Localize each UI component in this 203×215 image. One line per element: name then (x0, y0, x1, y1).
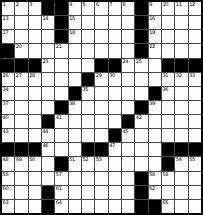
white-cell[interactable]: 48 (2, 157, 14, 170)
clue-number: 29 (96, 73, 102, 78)
white-cell[interactable]: 62 (149, 186, 161, 199)
clue-number: 62 (149, 186, 155, 191)
white-cell[interactable] (175, 129, 187, 142)
white-cell[interactable]: 30 (109, 73, 121, 86)
white-cell[interactable]: 14 (42, 16, 54, 29)
white-cell[interactable] (15, 172, 27, 185)
white-cell[interactable] (42, 157, 54, 170)
white-cell[interactable] (82, 172, 94, 185)
black-cell (135, 2, 147, 15)
clue-number: 58 (149, 172, 155, 177)
white-cell[interactable]: 9 (149, 2, 161, 15)
white-cell[interactable]: 47 (109, 143, 121, 156)
white-cell[interactable] (149, 129, 161, 142)
white-cell[interactable] (109, 200, 121, 213)
black-cell (55, 30, 67, 43)
black-cell (82, 143, 94, 156)
black-cell (95, 59, 107, 72)
white-cell[interactable] (15, 115, 27, 128)
white-cell[interactable] (42, 172, 54, 185)
white-cell[interactable] (55, 129, 67, 142)
white-cell[interactable] (69, 73, 81, 86)
white-cell[interactable] (29, 172, 41, 185)
white-cell[interactable] (122, 73, 134, 86)
clue-number: 34 (3, 87, 9, 92)
white-cell[interactable]: 53 (95, 157, 107, 170)
clue-number: 17 (3, 30, 9, 35)
white-cell[interactable]: 40 (2, 115, 14, 128)
clue-number: 38 (69, 101, 75, 106)
white-cell[interactable]: 7 (109, 2, 121, 15)
white-cell[interactable] (42, 30, 54, 43)
black-cell (2, 59, 14, 72)
clue-number: 27 (16, 73, 22, 78)
black-cell (42, 200, 54, 213)
clue-number: 63 (3, 200, 9, 205)
white-cell[interactable] (175, 30, 187, 43)
white-cell[interactable] (69, 200, 81, 213)
white-cell[interactable]: 6 (95, 2, 107, 15)
white-cell[interactable] (189, 200, 201, 213)
clue-number: 2 (16, 2, 19, 7)
white-cell[interactable]: 12 (189, 2, 201, 15)
clue-number: 24 (122, 59, 128, 64)
white-cell[interactable] (189, 186, 201, 199)
clue-number: 53 (96, 157, 102, 162)
white-cell[interactable]: 18 (69, 30, 81, 43)
white-cell[interactable] (95, 172, 107, 185)
white-cell[interactable] (175, 172, 187, 185)
white-cell[interactable] (82, 30, 94, 43)
black-cell (69, 87, 81, 100)
white-cell[interactable] (15, 30, 27, 43)
white-cell[interactable]: 29 (95, 73, 107, 86)
black-cell (175, 59, 187, 72)
white-cell[interactable] (82, 44, 94, 57)
white-cell[interactable] (95, 200, 107, 213)
clue-number: 8 (122, 2, 125, 7)
clue-number: 25 (136, 59, 142, 64)
clue-number: 12 (189, 2, 195, 7)
white-cell[interactable] (175, 115, 187, 128)
white-cell[interactable]: 41 (55, 115, 67, 128)
white-cell[interactable] (189, 172, 201, 185)
clue-number: 5 (82, 2, 85, 7)
black-cell (135, 16, 147, 29)
white-cell[interactable] (15, 186, 27, 199)
black-cell (55, 16, 67, 29)
clue-number: 52 (82, 157, 88, 162)
black-cell (149, 200, 161, 213)
white-cell[interactable]: 3 (29, 2, 41, 15)
white-cell[interactable] (69, 143, 81, 156)
black-cell (189, 59, 201, 72)
white-cell[interactable] (122, 16, 134, 29)
white-cell[interactable] (29, 101, 41, 114)
white-cell[interactable] (69, 44, 81, 57)
white-cell[interactable]: 51 (69, 157, 81, 170)
white-cell[interactable]: 60 (2, 186, 14, 199)
white-cell[interactable]: 16 (149, 16, 161, 29)
white-cell[interactable] (29, 129, 41, 142)
white-cell[interactable] (55, 143, 67, 156)
white-cell[interactable] (69, 115, 81, 128)
black-cell (122, 115, 134, 128)
white-cell[interactable]: 54 (175, 157, 187, 170)
white-cell[interactable]: 46 (42, 143, 54, 156)
clue-number: 31 (162, 73, 168, 78)
black-cell (42, 115, 54, 128)
white-cell[interactable] (29, 200, 41, 213)
white-cell[interactable] (122, 157, 134, 170)
white-cell[interactable] (95, 101, 107, 114)
white-cell[interactable] (175, 16, 187, 29)
clue-number: 7 (109, 2, 112, 7)
white-cell[interactable] (29, 186, 41, 199)
white-cell[interactable] (29, 115, 41, 128)
white-cell[interactable] (69, 186, 81, 199)
clue-number: 48 (3, 157, 9, 162)
black-cell (82, 73, 94, 86)
white-cell[interactable] (42, 87, 54, 100)
white-cell[interactable] (95, 129, 107, 142)
black-cell (29, 59, 41, 72)
black-cell (15, 59, 27, 72)
black-cell (175, 143, 187, 156)
clue-number: 54 (176, 157, 182, 162)
clue-number: 56 (3, 172, 9, 177)
white-cell[interactable] (109, 115, 121, 128)
clue-number: 26 (3, 73, 9, 78)
white-cell[interactable] (175, 87, 187, 100)
black-cell (135, 186, 147, 199)
white-cell[interactable]: 63 (2, 200, 14, 213)
black-cell (162, 157, 174, 170)
black-cell (42, 186, 54, 199)
white-cell[interactable] (95, 44, 107, 57)
white-cell[interactable]: 25 (135, 59, 147, 72)
white-cell[interactable] (82, 200, 94, 213)
white-cell[interactable]: 34 (2, 87, 14, 100)
white-cell[interactable] (69, 172, 81, 185)
white-cell[interactable] (175, 186, 187, 199)
white-cell[interactable] (42, 101, 54, 114)
white-cell[interactable] (95, 30, 107, 43)
white-cell[interactable] (29, 16, 41, 29)
white-cell[interactable] (162, 44, 174, 57)
white-cell[interactable]: 13 (2, 16, 14, 29)
white-cell[interactable]: 8 (122, 2, 134, 15)
white-cell[interactable] (189, 101, 201, 114)
black-cell (162, 59, 174, 72)
clue-number: 64 (56, 200, 62, 205)
white-cell[interactable] (175, 44, 187, 57)
white-cell[interactable] (82, 101, 94, 114)
black-cell (135, 101, 147, 114)
white-cell[interactable] (122, 30, 134, 43)
clue-number: 59 (162, 172, 168, 177)
crossword-diagram: 1234567891011121314151617181920212223242… (0, 0, 203, 215)
clue-number: 44 (42, 129, 48, 134)
black-cell (2, 143, 14, 156)
clue-number: 23 (42, 59, 48, 64)
black-cell (189, 143, 201, 156)
clue-number: 16 (149, 16, 155, 21)
white-cell[interactable] (109, 16, 121, 29)
white-cell[interactable] (149, 143, 161, 156)
white-cell[interactable] (162, 16, 174, 29)
clue-number: 41 (56, 115, 62, 120)
clue-number: 45 (122, 129, 128, 134)
white-cell[interactable]: 65 (162, 200, 174, 213)
white-cell[interactable] (135, 129, 147, 142)
white-cell[interactable] (95, 16, 107, 29)
clue-number: 43 (3, 129, 9, 134)
white-cell[interactable] (135, 87, 147, 100)
white-cell[interactable] (162, 186, 174, 199)
white-cell[interactable] (15, 101, 27, 114)
clue-number: 20 (16, 44, 22, 49)
white-cell[interactable]: 2 (15, 2, 27, 15)
clue-number: 51 (69, 157, 75, 162)
clue-number: 39 (149, 101, 155, 106)
white-cell[interactable] (55, 59, 67, 72)
black-cell (109, 129, 121, 142)
white-cell[interactable]: 35 (82, 87, 94, 100)
white-cell[interactable]: 58 (149, 172, 161, 185)
white-cell[interactable] (82, 115, 94, 128)
white-cell[interactable]: 33 (189, 73, 201, 86)
white-cell[interactable] (42, 44, 54, 57)
black-cell (135, 172, 147, 185)
white-cell[interactable]: 26 (2, 73, 14, 86)
white-cell[interactable] (95, 186, 107, 199)
white-cell[interactable]: 20 (15, 44, 27, 57)
white-cell[interactable] (162, 129, 174, 142)
white-cell[interactable]: 28 (29, 73, 41, 86)
white-cell[interactable]: 10 (162, 2, 174, 15)
white-cell[interactable]: 37 (2, 101, 14, 114)
clue-number: 35 (82, 87, 88, 92)
white-cell[interactable] (162, 30, 174, 43)
white-cell[interactable] (109, 172, 121, 185)
white-cell[interactable]: 59 (162, 172, 174, 185)
white-cell[interactable] (55, 73, 67, 86)
white-cell[interactable]: 17 (2, 30, 14, 43)
white-cell[interactable] (42, 73, 54, 86)
clue-number: 18 (69, 30, 75, 35)
clue-number: 4 (69, 2, 72, 7)
black-cell (135, 44, 147, 57)
clue-number: 60 (3, 186, 9, 191)
clue-number: 1 (3, 2, 6, 7)
black-cell (162, 143, 174, 156)
white-cell[interactable] (29, 44, 41, 57)
white-cell[interactable] (122, 143, 134, 156)
white-cell[interactable] (135, 157, 147, 170)
white-cell[interactable] (122, 186, 134, 199)
white-cell[interactable] (122, 44, 134, 57)
black-cell (55, 101, 67, 114)
white-cell[interactable] (122, 200, 134, 213)
white-cell[interactable] (109, 87, 121, 100)
white-cell[interactable] (15, 200, 27, 213)
white-cell[interactable]: 52 (82, 157, 94, 170)
clue-number: 28 (29, 73, 35, 78)
clue-number: 14 (42, 16, 48, 21)
white-cell[interactable] (95, 115, 107, 128)
white-cell[interactable]: 19 (149, 30, 161, 43)
clue-number: 10 (162, 2, 168, 7)
clue-number: 65 (162, 200, 168, 205)
white-cell[interactable]: 5 (82, 2, 94, 15)
clue-number: 61 (56, 186, 62, 191)
white-cell[interactable]: 23 (42, 59, 54, 72)
white-cell[interactable]: 56 (2, 172, 14, 185)
clue-number: 11 (176, 2, 182, 7)
white-cell[interactable] (82, 186, 94, 199)
white-cell[interactable] (69, 59, 81, 72)
clue-number: 33 (189, 73, 195, 78)
white-cell[interactable] (122, 87, 134, 100)
white-cell[interactable] (55, 87, 67, 100)
white-cell[interactable] (15, 129, 27, 142)
white-cell[interactable] (189, 87, 201, 100)
white-cell[interactable] (29, 87, 41, 100)
black-cell (42, 2, 54, 15)
clue-number: 55 (189, 157, 195, 162)
clue-number: 22 (149, 44, 155, 49)
clue-number: 36 (162, 87, 168, 92)
white-cell[interactable] (122, 172, 134, 185)
white-cell[interactable] (15, 16, 27, 29)
white-cell[interactable]: 45 (122, 129, 134, 142)
clue-number: 15 (69, 16, 75, 21)
black-cell (29, 143, 41, 156)
white-cell[interactable] (95, 87, 107, 100)
white-cell[interactable] (149, 157, 161, 170)
clue-number: 46 (42, 143, 48, 148)
white-cell[interactable]: 50 (29, 157, 41, 170)
clue-number: 47 (109, 143, 115, 148)
black-cell (55, 157, 67, 170)
white-cell[interactable]: 4 (69, 2, 81, 15)
clue-number: 37 (3, 101, 9, 106)
black-cell (135, 30, 147, 43)
white-cell[interactable] (109, 30, 121, 43)
white-cell[interactable]: 1 (2, 2, 14, 15)
clue-number: 30 (109, 73, 115, 78)
white-cell[interactable]: 27 (15, 73, 27, 86)
white-cell[interactable]: 64 (55, 200, 67, 213)
white-cell[interactable]: 15 (69, 16, 81, 29)
black-cell (15, 143, 27, 156)
white-cell[interactable]: 38 (69, 101, 81, 114)
white-cell[interactable] (29, 30, 41, 43)
white-cell[interactable] (109, 101, 121, 114)
white-cell[interactable] (175, 200, 187, 213)
clue-number: 57 (56, 172, 62, 177)
white-cell[interactable]: 42 (135, 115, 147, 128)
black-cell (135, 200, 147, 213)
white-cell[interactable]: 49 (15, 157, 27, 170)
white-cell[interactable]: 36 (162, 87, 174, 100)
white-cell[interactable] (189, 16, 201, 29)
black-cell (2, 44, 14, 57)
black-cell (95, 143, 107, 156)
white-cell[interactable] (189, 129, 201, 142)
white-cell[interactable] (149, 115, 161, 128)
white-cell[interactable] (109, 186, 121, 199)
white-cell[interactable]: 61 (55, 186, 67, 199)
clue-number: 32 (176, 73, 182, 78)
clue-number: 50 (29, 157, 35, 162)
white-cell[interactable]: 11 (175, 2, 187, 15)
white-cell[interactable]: 44 (42, 129, 54, 142)
white-cell[interactable] (162, 115, 174, 128)
white-cell[interactable] (82, 59, 94, 72)
white-cell[interactable] (189, 44, 201, 57)
clue-number: 9 (149, 2, 152, 7)
white-cell[interactable] (189, 30, 201, 43)
white-cell[interactable] (189, 115, 201, 128)
white-cell[interactable]: 31 (162, 73, 174, 86)
clue-number: 49 (16, 157, 22, 162)
white-cell[interactable]: 43 (2, 129, 14, 142)
crossword-grid: 1234567891011121314151617181920212223242… (0, 0, 203, 215)
clue-number: 19 (149, 30, 155, 35)
white-cell[interactable] (82, 16, 94, 29)
white-cell[interactable] (69, 129, 81, 142)
white-cell[interactable] (109, 44, 121, 57)
clue-number: 42 (136, 115, 142, 120)
clue-number: 6 (96, 2, 99, 7)
white-cell[interactable]: 32 (175, 73, 187, 86)
white-cell[interactable] (135, 73, 147, 86)
white-cell[interactable] (109, 157, 121, 170)
white-cell[interactable]: 55 (189, 157, 201, 170)
black-cell (149, 87, 161, 100)
white-cell[interactable]: 21 (55, 44, 67, 57)
black-cell (109, 59, 121, 72)
white-cell[interactable]: 39 (149, 101, 161, 114)
white-cell[interactable]: 57 (55, 172, 67, 185)
clue-number: 21 (56, 44, 62, 49)
white-cell[interactable]: 24 (122, 59, 134, 72)
white-cell[interactable] (82, 129, 94, 142)
clue-number: 40 (3, 115, 9, 120)
black-cell (55, 2, 67, 15)
clue-number: 3 (29, 2, 32, 7)
white-cell[interactable] (122, 101, 134, 114)
white-cell[interactable] (149, 59, 161, 72)
white-cell[interactable] (149, 73, 161, 86)
clue-number: 13 (3, 16, 9, 21)
white-cell[interactable]: 22 (149, 44, 161, 57)
white-cell[interactable] (15, 87, 27, 100)
white-cell[interactable] (175, 101, 187, 114)
white-cell[interactable] (135, 143, 147, 156)
white-cell[interactable] (162, 101, 174, 114)
